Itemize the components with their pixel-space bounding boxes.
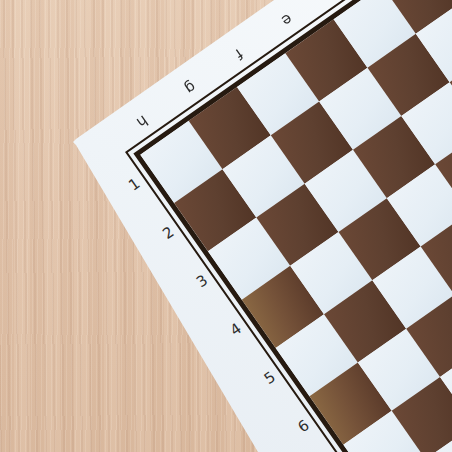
photo-scene: hgfedcba 12345678 (0, 0, 452, 452)
